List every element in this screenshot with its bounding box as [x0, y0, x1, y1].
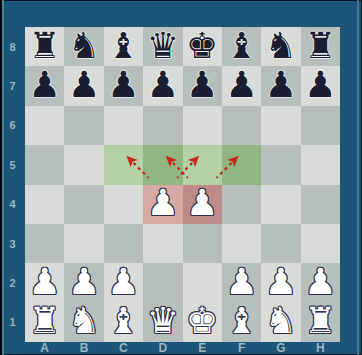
rank-label-5: 5 [0, 145, 25, 184]
rank-label-8: 8 [0, 27, 25, 66]
square-h3[interactable] [301, 224, 340, 263]
file-label-f: F [222, 341, 261, 355]
black-knight-g8[interactable]: ♞ [265, 28, 297, 64]
square-e5[interactable] [183, 145, 222, 184]
chess-board-frame: ♜♞♝♛♚♝♞♜♟♟♟♟♟♟♟♟♟♟♟♟♟♟♟♟♜♞♝♛♚♝♞♜ 8765432… [0, 0, 362, 355]
white-knight-b1[interactable]: ♞ [68, 303, 100, 339]
square-d1[interactable]: ♛ [143, 303, 182, 342]
square-h6[interactable] [301, 106, 340, 145]
square-e4[interactable]: ♟ [183, 185, 222, 224]
square-a2[interactable]: ♟ [25, 263, 64, 302]
white-rook-a1[interactable]: ♜ [29, 303, 61, 339]
white-pawn-e4[interactable]: ♟ [186, 185, 218, 221]
square-e3[interactable] [183, 224, 222, 263]
square-f4[interactable] [222, 185, 261, 224]
square-e7[interactable]: ♟ [183, 66, 222, 105]
white-pawn-d4[interactable]: ♟ [147, 185, 179, 221]
white-rook-h1[interactable]: ♜ [304, 303, 336, 339]
square-b3[interactable] [64, 224, 103, 263]
square-f7[interactable]: ♟ [222, 66, 261, 105]
square-b2[interactable]: ♟ [64, 263, 103, 302]
square-e2[interactable] [183, 263, 222, 302]
board[interactable]: ♜♞♝♛♚♝♞♜♟♟♟♟♟♟♟♟♟♟♟♟♟♟♟♟♜♞♝♛♚♝♞♜ [25, 27, 340, 342]
square-d6[interactable] [143, 106, 182, 145]
white-pawn-c2[interactable]: ♟ [107, 264, 139, 300]
white-pawn-g2[interactable]: ♟ [265, 264, 297, 300]
square-h2[interactable]: ♟ [301, 263, 340, 302]
file-label-h: H [301, 341, 340, 355]
square-c1[interactable]: ♝ [104, 303, 143, 342]
black-knight-b8[interactable]: ♞ [68, 28, 100, 64]
white-pawn-b2[interactable]: ♟ [68, 264, 100, 300]
square-f3[interactable] [222, 224, 261, 263]
black-bishop-f8[interactable]: ♝ [225, 28, 257, 64]
black-pawn-b7[interactable]: ♟ [68, 67, 100, 103]
square-f8[interactable]: ♝ [222, 27, 261, 66]
black-pawn-h7[interactable]: ♟ [304, 67, 336, 103]
square-b8[interactable]: ♞ [64, 27, 103, 66]
square-h1[interactable]: ♜ [301, 303, 340, 342]
square-e6[interactable] [183, 106, 222, 145]
white-queen-d1[interactable]: ♛ [147, 303, 179, 339]
square-e8[interactable]: ♚ [183, 27, 222, 66]
white-bishop-f1[interactable]: ♝ [225, 303, 257, 339]
rank-label-3: 3 [0, 224, 25, 263]
square-c3[interactable] [104, 224, 143, 263]
square-f1[interactable]: ♝ [222, 303, 261, 342]
square-a8[interactable]: ♜ [25, 27, 64, 66]
square-d2[interactable] [143, 263, 182, 302]
black-rook-h8[interactable]: ♜ [304, 28, 336, 64]
white-pawn-h2[interactable]: ♟ [304, 264, 336, 300]
square-g6[interactable] [261, 106, 300, 145]
square-c8[interactable]: ♝ [104, 27, 143, 66]
square-g3[interactable] [261, 224, 300, 263]
black-king-e8[interactable]: ♚ [186, 28, 218, 64]
square-g4[interactable] [261, 185, 300, 224]
black-pawn-d7[interactable]: ♟ [147, 67, 179, 103]
white-bishop-c1[interactable]: ♝ [107, 303, 139, 339]
square-a5[interactable] [25, 145, 64, 184]
rank-label-2: 2 [0, 263, 25, 302]
square-h5[interactable] [301, 145, 340, 184]
square-d5[interactable] [143, 145, 182, 184]
square-g8[interactable]: ♞ [261, 27, 300, 66]
square-a1[interactable]: ♜ [25, 303, 64, 342]
rank-label-7: 7 [0, 66, 25, 105]
white-pawn-a2[interactable]: ♟ [29, 264, 61, 300]
black-pawn-a7[interactable]: ♟ [29, 67, 61, 103]
file-label-a: A [25, 341, 64, 355]
white-knight-g1[interactable]: ♞ [265, 303, 297, 339]
square-a7[interactable]: ♟ [25, 66, 64, 105]
file-label-b: B [64, 341, 103, 355]
rank-label-1: 1 [0, 303, 25, 342]
square-d7[interactable]: ♟ [143, 66, 182, 105]
file-label-e: E [183, 341, 222, 355]
black-pawn-c7[interactable]: ♟ [107, 67, 139, 103]
square-h7[interactable]: ♟ [301, 66, 340, 105]
square-c2[interactable]: ♟ [104, 263, 143, 302]
square-d4[interactable]: ♟ [143, 185, 182, 224]
square-g1[interactable]: ♞ [261, 303, 300, 342]
square-g7[interactable]: ♟ [261, 66, 300, 105]
rank-label-6: 6 [0, 106, 25, 145]
black-queen-d8[interactable]: ♛ [147, 28, 179, 64]
square-b1[interactable]: ♞ [64, 303, 103, 342]
square-a4[interactable] [25, 185, 64, 224]
square-b4[interactable] [64, 185, 103, 224]
square-b6[interactable] [64, 106, 103, 145]
square-g2[interactable]: ♟ [261, 263, 300, 302]
square-b5[interactable] [64, 145, 103, 184]
white-pawn-f2[interactable]: ♟ [225, 264, 257, 300]
file-label-g: G [261, 341, 300, 355]
square-f5[interactable] [222, 145, 261, 184]
right-edge-highlight [357, 0, 359, 355]
square-d8[interactable]: ♛ [143, 27, 182, 66]
square-e1[interactable]: ♚ [183, 303, 222, 342]
square-c7[interactable]: ♟ [104, 66, 143, 105]
black-pawn-e7[interactable]: ♟ [186, 67, 218, 103]
file-label-d: D [143, 341, 182, 355]
black-pawn-f7[interactable]: ♟ [225, 67, 257, 103]
square-c6[interactable] [104, 106, 143, 145]
square-f6[interactable] [222, 106, 261, 145]
rank-label-4: 4 [0, 185, 25, 224]
square-f2[interactable]: ♟ [222, 263, 261, 302]
square-c5[interactable] [104, 145, 143, 184]
square-c4[interactable] [104, 185, 143, 224]
square-d3[interactable] [143, 224, 182, 263]
black-pawn-g7[interactable]: ♟ [265, 67, 297, 103]
black-bishop-c8[interactable]: ♝ [107, 28, 139, 64]
square-b7[interactable]: ♟ [64, 66, 103, 105]
square-g5[interactable] [261, 145, 300, 184]
square-a6[interactable] [25, 106, 64, 145]
white-king-e1[interactable]: ♚ [186, 303, 218, 339]
square-a3[interactable] [25, 224, 64, 263]
square-h8[interactable]: ♜ [301, 27, 340, 66]
square-h4[interactable] [301, 185, 340, 224]
file-label-c: C [104, 341, 143, 355]
black-rook-a8[interactable]: ♜ [29, 28, 61, 64]
